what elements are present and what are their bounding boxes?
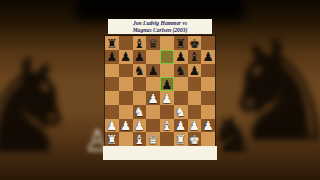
black-rook-f8: ♜ <box>175 37 186 50</box>
square-d3 <box>146 105 160 119</box>
black-pawn-g6: ♟ <box>189 65 200 78</box>
square-e7 <box>160 50 174 64</box>
white-bishop-e2: ♝ <box>161 120 172 133</box>
square-d7 <box>146 50 160 64</box>
square-c4 <box>133 91 147 105</box>
square-d2 <box>146 119 160 133</box>
black-pawn-h7: ♟ <box>203 51 214 64</box>
square-a4 <box>105 91 119 105</box>
square-g5 <box>188 77 202 91</box>
white-pawn-e4: ♟ <box>161 92 172 105</box>
black-bishop-c8: ♝ <box>134 37 145 50</box>
bottom-card <box>103 146 217 160</box>
square-d1: ♛ <box>146 132 160 146</box>
square-e6 <box>160 64 174 78</box>
square-h3 <box>201 105 215 119</box>
square-b3 <box>119 105 133 119</box>
square-c1: ♝ <box>133 132 147 146</box>
square-g7: ♝ <box>188 50 202 64</box>
white-king-g1: ♚ <box>189 133 200 146</box>
square-c2: ♟ <box>133 119 147 133</box>
square-g3 <box>188 105 202 119</box>
game-title-card: Jon Ludvig Hammer vs Magnus Carlsen (200… <box>108 19 212 34</box>
black-queen-d8: ♛ <box>148 37 159 50</box>
white-rook-f1: ♜ <box>175 133 186 146</box>
square-g1: ♚ <box>188 132 202 146</box>
square-e2: ♝ <box>160 119 174 133</box>
square-h6 <box>201 64 215 78</box>
square-f1: ♜ <box>174 132 188 146</box>
square-b8 <box>119 36 133 50</box>
square-c6: ♞ <box>133 64 147 78</box>
square-h4 <box>201 91 215 105</box>
square-e8 <box>160 36 174 50</box>
square-b5 <box>119 77 133 91</box>
square-h5 <box>201 77 215 91</box>
square-d5 <box>146 77 160 91</box>
square-f7: ♟ <box>174 50 188 64</box>
square-h8 <box>201 36 215 50</box>
square-f8: ♜ <box>174 36 188 50</box>
white-pawn-d4: ♟ <box>148 92 159 105</box>
square-a1: ♜ <box>105 132 119 146</box>
black-knight-f6: ♞ <box>175 65 186 78</box>
square-g8: ♚ <box>188 36 202 50</box>
black-rook-a8: ♜ <box>106 37 117 50</box>
square-g6: ♟ <box>188 64 202 78</box>
square-d8: ♛ <box>146 36 160 50</box>
square-f2: ♟ <box>174 119 188 133</box>
square-f3: ♞ <box>174 105 188 119</box>
square-b4 <box>119 91 133 105</box>
square-a6 <box>105 64 119 78</box>
square-b2: ♟ <box>119 119 133 133</box>
white-pawn-g2: ♟ <box>189 120 200 133</box>
square-f5 <box>174 77 188 91</box>
white-rook-a1: ♜ <box>106 133 117 146</box>
square-d4: ♟ <box>146 91 160 105</box>
black-knight-c6: ♞ <box>134 65 145 78</box>
title-line-opponent-year: Magnus Carlsen (2003) <box>133 27 188 34</box>
square-c8: ♝ <box>133 36 147 50</box>
black-pawn-c7: ♟ <box>134 51 145 64</box>
black-pawn-a7: ♟ <box>106 51 117 64</box>
square-f6: ♞ <box>174 64 188 78</box>
white-knight-c3: ♞ <box>134 106 145 119</box>
white-pawn-b2: ♟ <box>120 120 131 133</box>
square-h1 <box>201 132 215 146</box>
white-pawn-f2: ♟ <box>175 120 186 133</box>
square-h7: ♟ <box>201 50 215 64</box>
white-bishop-c1: ♝ <box>134 133 145 146</box>
square-e3 <box>160 105 174 119</box>
square-e4: ♟ <box>160 91 174 105</box>
chess-board: ♜♝♛♜♚♟♟♟♟♝♟♞♟♞♟♟♟♟♞♞♟♟♟♝♟♟♟♜♝♛♜♚ <box>105 36 215 146</box>
square-f4 <box>174 91 188 105</box>
square-b1 <box>119 132 133 146</box>
square-a8: ♜ <box>105 36 119 50</box>
white-pawn-c2: ♟ <box>134 120 145 133</box>
square-b6 <box>119 64 133 78</box>
square-e1 <box>160 132 174 146</box>
square-g4 <box>188 91 202 105</box>
video-frame: ♞ ♞ ♞ ♙ Jon Ludvig Hammer vs Magnus Carl… <box>0 0 320 180</box>
square-h2: ♟ <box>201 119 215 133</box>
white-pawn-a2: ♟ <box>106 120 117 133</box>
white-pawn-h2: ♟ <box>203 120 214 133</box>
square-c7: ♟ <box>133 50 147 64</box>
black-pawn-d6: ♟ <box>148 65 159 78</box>
black-bishop-g7: ♝ <box>189 51 200 64</box>
white-queen-d1: ♛ <box>148 133 159 146</box>
square-g2: ♟ <box>188 119 202 133</box>
square-b7: ♟ <box>119 50 133 64</box>
square-a7: ♟ <box>105 50 119 64</box>
background-knight-silhouette-left: ♞ <box>0 42 83 172</box>
black-pawn-b7: ♟ <box>120 51 131 64</box>
square-c5 <box>133 77 147 91</box>
black-pawn-f7: ♟ <box>175 51 186 64</box>
black-pawn-e5: ♟ <box>161 78 172 91</box>
square-d6: ♟ <box>146 64 160 78</box>
square-a2: ♟ <box>105 119 119 133</box>
white-knight-f3: ♞ <box>175 106 186 119</box>
black-king-g8: ♚ <box>189 37 200 50</box>
square-c3: ♞ <box>133 105 147 119</box>
square-a3 <box>105 105 119 119</box>
title-line-players: Jon Ludvig Hammer vs <box>133 20 187 27</box>
square-e5: ♟ <box>160 77 174 91</box>
square-a5 <box>105 77 119 91</box>
